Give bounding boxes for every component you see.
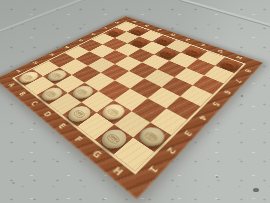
pebble (12, 182, 15, 184)
concrete-joint-line (179, 0, 270, 31)
chessboard-mat: ABCDEFGH ABCDEFGH 87654321 87654321 ⛂⛂⛂⛂… (0, 16, 263, 199)
board-grid: ⛂⛂⛂⛂⛂⛂⛂⛂⛂⛂⛂⛂⛂⛂⛂ (12, 21, 246, 174)
pebble (253, 188, 259, 192)
pebble (216, 176, 218, 178)
photo-scene: ABCDEFGH ABCDEFGH 87654321 87654321 ⛂⛂⛂⛂… (0, 0, 270, 203)
concrete-joint-line-faint (0, 0, 88, 35)
pebble (241, 95, 243, 97)
